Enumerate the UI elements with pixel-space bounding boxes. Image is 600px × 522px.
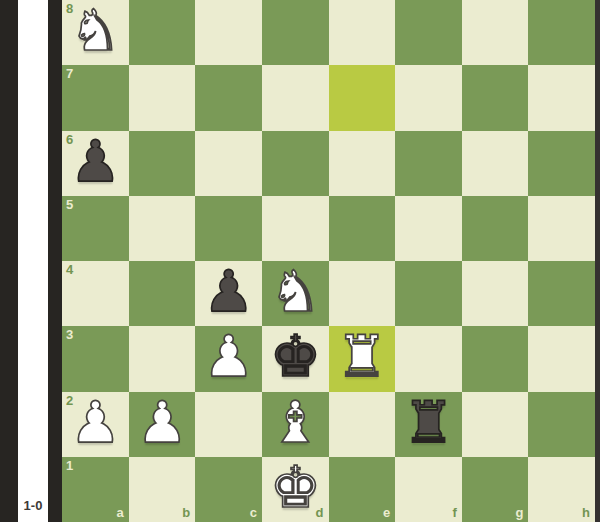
square-d3[interactable]: ♚ <box>262 326 329 391</box>
piece-white-pawn[interactable]: ♟ <box>62 390 129 455</box>
square-e7[interactable] <box>329 65 396 130</box>
square-f7[interactable] <box>395 65 462 130</box>
file-label-a: a <box>116 506 123 519</box>
file-label-b: b <box>182 506 190 519</box>
game-result-label: 1-0 <box>18 498 48 513</box>
piece-black-pawn[interactable]: ♟ <box>195 259 262 324</box>
square-e5[interactable] <box>329 196 396 261</box>
rank-label-7: 7 <box>66 67 73 80</box>
square-h7[interactable] <box>528 65 595 130</box>
square-d5[interactable] <box>262 196 329 261</box>
piece-white-king[interactable]: ♚ <box>262 455 329 520</box>
square-a8[interactable]: 8♞ <box>62 0 129 65</box>
square-c4[interactable]: ♟ <box>195 261 262 326</box>
piece-white-rook[interactable]: ♜ <box>329 324 396 389</box>
square-b1[interactable]: b <box>129 457 196 522</box>
piece-white-pawn[interactable]: ♟ <box>129 390 196 455</box>
rank-label-5: 5 <box>66 198 73 211</box>
square-h8[interactable] <box>528 0 595 65</box>
piece-white-knight[interactable]: ♞ <box>262 259 329 324</box>
square-g3[interactable] <box>462 326 529 391</box>
square-b2[interactable]: ♟ <box>129 392 196 457</box>
square-b4[interactable] <box>129 261 196 326</box>
square-b5[interactable] <box>129 196 196 261</box>
square-d1[interactable]: d♚ <box>262 457 329 522</box>
square-b8[interactable] <box>129 0 196 65</box>
rank-label-3: 3 <box>66 328 73 341</box>
square-c1[interactable]: c <box>195 457 262 522</box>
square-f3[interactable] <box>395 326 462 391</box>
square-h5[interactable] <box>528 196 595 261</box>
square-c5[interactable] <box>195 196 262 261</box>
square-h1[interactable]: h <box>528 457 595 522</box>
square-g8[interactable] <box>462 0 529 65</box>
square-d2[interactable]: ♝ <box>262 392 329 457</box>
rank-label-1: 1 <box>66 459 73 472</box>
square-a6[interactable]: 6♟ <box>62 131 129 196</box>
square-g4[interactable] <box>462 261 529 326</box>
square-c7[interactable] <box>195 65 262 130</box>
file-label-c: c <box>250 506 257 519</box>
square-c2[interactable] <box>195 392 262 457</box>
file-label-e: e <box>383 506 390 519</box>
file-label-f: f <box>452 506 456 519</box>
square-a5[interactable]: 5 <box>62 196 129 261</box>
square-e3[interactable]: ♜ <box>329 326 396 391</box>
piece-black-king[interactable]: ♚ <box>262 324 329 389</box>
square-d8[interactable] <box>262 0 329 65</box>
chess-board: 8♞76♟54♟♞3♟♚♜2♟♟♝♜1abcd♚efgh <box>62 0 595 522</box>
square-f1[interactable]: f <box>395 457 462 522</box>
square-e8[interactable] <box>329 0 396 65</box>
square-g1[interactable]: g <box>462 457 529 522</box>
square-c8[interactable] <box>195 0 262 65</box>
square-a1[interactable]: 1a <box>62 457 129 522</box>
square-e2[interactable] <box>329 392 396 457</box>
piece-white-knight[interactable]: ♞ <box>62 0 129 63</box>
square-g2[interactable] <box>462 392 529 457</box>
square-c6[interactable] <box>195 131 262 196</box>
square-a4[interactable]: 4 <box>62 261 129 326</box>
square-b6[interactable] <box>129 131 196 196</box>
square-f8[interactable] <box>395 0 462 65</box>
square-b7[interactable] <box>129 65 196 130</box>
square-f4[interactable] <box>395 261 462 326</box>
square-f2[interactable]: ♜ <box>395 392 462 457</box>
square-a2[interactable]: 2♟ <box>62 392 129 457</box>
file-label-h: h <box>582 506 590 519</box>
square-b3[interactable] <box>129 326 196 391</box>
evaluation-bar: 1-0 <box>18 0 48 522</box>
square-a7[interactable]: 7 <box>62 65 129 130</box>
square-d6[interactable] <box>262 131 329 196</box>
piece-white-bishop[interactable]: ♝ <box>262 390 329 455</box>
square-h2[interactable] <box>528 392 595 457</box>
square-g5[interactable] <box>462 196 529 261</box>
square-g7[interactable] <box>462 65 529 130</box>
square-d7[interactable] <box>262 65 329 130</box>
rank-label-4: 4 <box>66 263 73 276</box>
square-g6[interactable] <box>462 131 529 196</box>
square-e6[interactable] <box>329 131 396 196</box>
square-h4[interactable] <box>528 261 595 326</box>
board-right-edge <box>595 0 600 522</box>
square-f6[interactable] <box>395 131 462 196</box>
piece-black-pawn[interactable]: ♟ <box>62 129 129 194</box>
square-d4[interactable]: ♞ <box>262 261 329 326</box>
square-e4[interactable] <box>329 261 396 326</box>
square-f5[interactable] <box>395 196 462 261</box>
square-e1[interactable]: e <box>329 457 396 522</box>
square-h3[interactable] <box>528 326 595 391</box>
piece-black-rook[interactable]: ♜ <box>395 390 462 455</box>
file-label-g: g <box>515 506 523 519</box>
square-c3[interactable]: ♟ <box>195 326 262 391</box>
square-a3[interactable]: 3 <box>62 326 129 391</box>
piece-white-pawn[interactable]: ♟ <box>195 324 262 389</box>
square-h6[interactable] <box>528 131 595 196</box>
app-screen: 1-0 8♞76♟54♟♞3♟♚♜2♟♟♝♜1abcd♚efgh <box>0 0 600 522</box>
